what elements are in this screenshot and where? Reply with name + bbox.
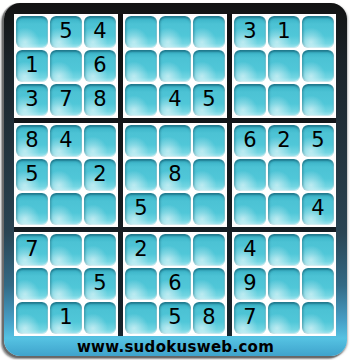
cell-r1c1[interactable]: [16, 16, 48, 48]
cell-r2c2[interactable]: [50, 50, 82, 82]
cell-r7c7[interactable]: 4: [234, 234, 266, 266]
cell-r5c9[interactable]: [302, 159, 334, 191]
cell-r8c8[interactable]: [268, 268, 300, 300]
cell-r4c6[interactable]: [193, 125, 225, 157]
cell-r1c3[interactable]: 4: [84, 16, 116, 48]
cell-r3c8[interactable]: [268, 84, 300, 116]
box-r3c1: 751: [14, 232, 118, 336]
cell-r3c3[interactable]: 8: [84, 84, 116, 116]
cell-r7c9[interactable]: [302, 234, 334, 266]
cell-r6c9[interactable]: 4: [302, 193, 334, 225]
cell-r3c6[interactable]: 5: [193, 84, 225, 116]
cell-r5c2[interactable]: [50, 159, 82, 191]
cell-r1c6[interactable]: [193, 16, 225, 48]
cell-r5c5[interactable]: 8: [159, 159, 191, 191]
cell-r8c1[interactable]: [16, 268, 48, 300]
cell-r8c5[interactable]: 6: [159, 268, 191, 300]
cell-r5c7[interactable]: [234, 159, 266, 191]
box-r3c3: 497: [232, 232, 336, 336]
sudoku-board: 5416378453184528562547512658497: [14, 14, 336, 336]
sudokusweb-link[interactable]: www.sudokusweb.com: [77, 338, 274, 356]
cell-r9c5[interactable]: 5: [159, 302, 191, 334]
cell-r2c6[interactable]: [193, 50, 225, 82]
cell-r6c8[interactable]: [268, 193, 300, 225]
cell-r4c3[interactable]: [84, 125, 116, 157]
cell-r1c8[interactable]: 1: [268, 16, 300, 48]
cell-r2c4[interactable]: [125, 50, 157, 82]
cell-r6c6[interactable]: [193, 193, 225, 225]
cell-r6c5[interactable]: [159, 193, 191, 225]
cell-r2c1[interactable]: 1: [16, 50, 48, 82]
cell-r2c3[interactable]: 6: [84, 50, 116, 82]
cell-r4c2[interactable]: 4: [50, 125, 82, 157]
cell-r9c7[interactable]: 7: [234, 302, 266, 334]
cell-r7c5[interactable]: [159, 234, 191, 266]
cell-r8c7[interactable]: 9: [234, 268, 266, 300]
cell-r7c6[interactable]: [193, 234, 225, 266]
cell-r6c7[interactable]: [234, 193, 266, 225]
cell-r1c7[interactable]: 3: [234, 16, 266, 48]
cell-r4c4[interactable]: [125, 125, 157, 157]
cell-r4c1[interactable]: 8: [16, 125, 48, 157]
cell-r3c9[interactable]: [302, 84, 334, 116]
box-r2c1: 8452: [14, 123, 118, 227]
cell-r5c4[interactable]: [125, 159, 157, 191]
cell-r8c2[interactable]: [50, 268, 82, 300]
cell-r8c3[interactable]: 5: [84, 268, 116, 300]
cell-r1c9[interactable]: [302, 16, 334, 48]
cell-r4c9[interactable]: 5: [302, 125, 334, 157]
cell-r5c1[interactable]: 5: [16, 159, 48, 191]
cell-r9c4[interactable]: [125, 302, 157, 334]
cell-r8c4[interactable]: [125, 268, 157, 300]
cell-r2c5[interactable]: [159, 50, 191, 82]
cell-r3c4[interactable]: [125, 84, 157, 116]
cell-r7c3[interactable]: [84, 234, 116, 266]
cell-r6c3[interactable]: [84, 193, 116, 225]
cell-r9c8[interactable]: [268, 302, 300, 334]
cell-r3c7[interactable]: [234, 84, 266, 116]
cell-r7c8[interactable]: [268, 234, 300, 266]
cell-r1c4[interactable]: [125, 16, 157, 48]
cell-r9c9[interactable]: [302, 302, 334, 334]
cell-r2c8[interactable]: [268, 50, 300, 82]
cell-r9c3[interactable]: [84, 302, 116, 334]
cell-r1c5[interactable]: [159, 16, 191, 48]
cell-r3c1[interactable]: 3: [16, 84, 48, 116]
cell-r1c2[interactable]: 5: [50, 16, 82, 48]
cell-r2c9[interactable]: [302, 50, 334, 82]
cell-r7c1[interactable]: 7: [16, 234, 48, 266]
cell-r6c2[interactable]: [50, 193, 82, 225]
cell-r6c4[interactable]: 5: [125, 193, 157, 225]
box-r1c3: 31: [232, 14, 336, 118]
cell-r9c1[interactable]: [16, 302, 48, 334]
cell-r7c2[interactable]: [50, 234, 82, 266]
cell-r9c2[interactable]: 1: [50, 302, 82, 334]
cell-r4c5[interactable]: [159, 125, 191, 157]
cell-r8c6[interactable]: [193, 268, 225, 300]
box-r1c2: 45: [123, 14, 227, 118]
footer: www.sudokusweb.com: [4, 337, 347, 356]
box-r3c2: 2658: [123, 232, 227, 336]
cell-r6c1[interactable]: [16, 193, 48, 225]
cell-r4c7[interactable]: 6: [234, 125, 266, 157]
cell-r5c3[interactable]: 2: [84, 159, 116, 191]
cell-r5c6[interactable]: [193, 159, 225, 191]
cell-r3c2[interactable]: 7: [50, 84, 82, 116]
sudoku-page: 5416378453184528562547512658497 www.sudo…: [0, 0, 350, 360]
sudoku-board-frame: 5416378453184528562547512658497 www.sudo…: [4, 3, 347, 356]
cell-r8c9[interactable]: [302, 268, 334, 300]
cell-r2c7[interactable]: [234, 50, 266, 82]
cell-r9c6[interactable]: 8: [193, 302, 225, 334]
cell-r5c8[interactable]: [268, 159, 300, 191]
box-r1c1: 5416378: [14, 14, 118, 118]
box-r2c2: 85: [123, 123, 227, 227]
box-r2c3: 6254: [232, 123, 336, 227]
cell-r4c8[interactable]: 2: [268, 125, 300, 157]
cell-r7c4[interactable]: 2: [125, 234, 157, 266]
cell-r3c5[interactable]: 4: [159, 84, 191, 116]
